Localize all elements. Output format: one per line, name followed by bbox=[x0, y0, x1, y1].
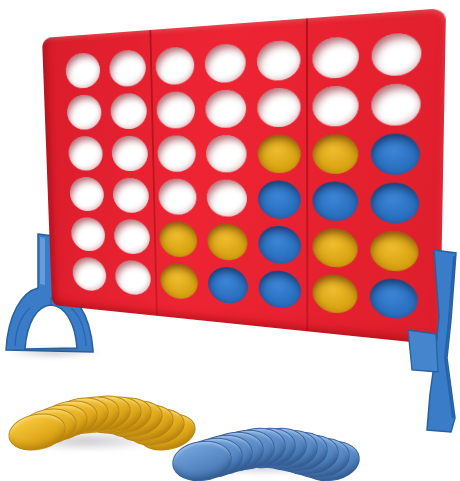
board-cell-empty[interactable] bbox=[205, 43, 246, 83]
board-cell-empty[interactable] bbox=[109, 49, 146, 87]
board-cell-empty[interactable] bbox=[313, 85, 359, 126]
board-cell-blue-disc[interactable] bbox=[313, 181, 359, 222]
board-cell-empty[interactable] bbox=[72, 256, 106, 292]
board-cell-yellow-disc[interactable] bbox=[313, 227, 358, 268]
board-cell-blue-disc[interactable] bbox=[371, 133, 420, 175]
yellow-spare-disc[interactable] bbox=[59, 391, 123, 438]
board-cell-empty[interactable] bbox=[115, 259, 151, 296]
board-cell-empty[interactable] bbox=[69, 177, 104, 212]
blue-spare-disc[interactable] bbox=[244, 424, 309, 472]
blue-spare-disc[interactable] bbox=[277, 431, 342, 479]
blue-spare-disc[interactable] bbox=[266, 428, 331, 476]
blue-spare-disc[interactable] bbox=[287, 434, 352, 481]
board-cell-yellow-disc[interactable] bbox=[258, 134, 301, 173]
yellow-spare-disc[interactable] bbox=[102, 395, 166, 442]
board-cell-empty[interactable] bbox=[155, 46, 194, 85]
board-cell-empty[interactable] bbox=[68, 136, 103, 171]
blue-spare-disc[interactable] bbox=[180, 434, 245, 481]
yellow-spare-disc[interactable] bbox=[5, 408, 69, 455]
board-cell-blue-disc[interactable] bbox=[258, 225, 301, 265]
blue-pile-shadow bbox=[168, 456, 354, 476]
board-cell-blue-disc[interactable] bbox=[370, 182, 419, 224]
board-cell-empty[interactable] bbox=[113, 178, 150, 214]
connect-four-board bbox=[42, 8, 446, 345]
yellow-spare-disc[interactable] bbox=[113, 399, 177, 446]
yellow-spare-disc[interactable] bbox=[48, 393, 112, 440]
board-cell-blue-disc[interactable] bbox=[258, 180, 301, 219]
yellow-spare-disc[interactable] bbox=[37, 395, 101, 442]
yellow-pile-shadow bbox=[4, 430, 168, 452]
blue-spare-disc[interactable] bbox=[170, 437, 235, 481]
yellow-spare-disc[interactable] bbox=[80, 391, 144, 438]
blue-spare-disc[interactable] bbox=[202, 428, 267, 476]
blue-spare-disc[interactable] bbox=[298, 437, 363, 481]
blue-spare-disc[interactable] bbox=[223, 424, 288, 472]
yellow-spare-disc[interactable] bbox=[124, 403, 188, 450]
board-cell-empty[interactable] bbox=[157, 135, 196, 172]
board-cell-empty[interactable] bbox=[71, 217, 106, 252]
board-cell-empty[interactable] bbox=[111, 136, 148, 172]
right-stand-clip bbox=[408, 330, 438, 372]
board-cell-empty[interactable] bbox=[114, 219, 150, 255]
yellow-spare-disc[interactable] bbox=[70, 390, 134, 437]
board-cell-yellow-disc[interactable] bbox=[160, 262, 198, 300]
board-cell-empty[interactable] bbox=[312, 36, 359, 79]
yellow-spare-disc[interactable] bbox=[26, 399, 90, 446]
board-cell-blue-disc[interactable] bbox=[208, 266, 248, 305]
board-cell-empty[interactable] bbox=[206, 135, 247, 173]
board-cell-yellow-disc[interactable] bbox=[159, 221, 197, 258]
board-grid bbox=[42, 8, 446, 345]
board-cell-empty[interactable] bbox=[205, 89, 246, 128]
board-cell-empty[interactable] bbox=[65, 52, 100, 89]
blue-spare-disc[interactable] bbox=[212, 426, 277, 474]
board-cell-yellow-disc[interactable] bbox=[313, 134, 359, 174]
board-cell-empty[interactable] bbox=[257, 87, 300, 127]
blue-spare-disc[interactable] bbox=[234, 424, 299, 472]
scene bbox=[0, 0, 460, 481]
board-cell-blue-disc[interactable] bbox=[259, 269, 301, 309]
yellow-spare-disc[interactable] bbox=[134, 408, 198, 455]
left-stand-highlight bbox=[40, 237, 45, 285]
board-cell-empty[interactable] bbox=[257, 39, 301, 81]
right-stand bbox=[396, 242, 460, 434]
yellow-spare-disc[interactable] bbox=[91, 393, 155, 440]
board-cell-empty[interactable] bbox=[158, 178, 196, 215]
blue-spare-disc[interactable] bbox=[255, 426, 320, 474]
board-cell-yellow-disc[interactable] bbox=[207, 223, 247, 262]
board-cell-empty[interactable] bbox=[207, 179, 248, 217]
blue-spare-disc[interactable] bbox=[191, 431, 256, 479]
board-cell-empty[interactable] bbox=[371, 83, 421, 126]
board-cell-empty[interactable] bbox=[372, 32, 422, 77]
board-cell-empty[interactable] bbox=[156, 91, 195, 129]
board-cell-empty[interactable] bbox=[110, 93, 147, 129]
board-cell-yellow-disc[interactable] bbox=[313, 273, 358, 315]
yellow-spare-disc[interactable] bbox=[16, 403, 80, 450]
board-cell-empty[interactable] bbox=[67, 94, 102, 129]
